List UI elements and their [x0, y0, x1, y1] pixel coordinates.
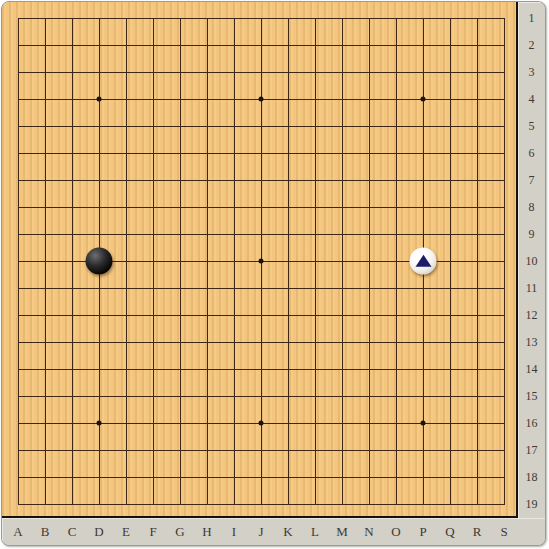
row-label-15: 15 — [518, 388, 545, 404]
column-label-F: F — [142, 518, 164, 545]
column-label-I: I — [223, 518, 245, 545]
column-label-D: D — [88, 518, 110, 545]
column-label-H: H — [196, 518, 218, 545]
column-label-Q: Q — [439, 518, 461, 545]
grid-line-vertical — [477, 18, 478, 505]
column-label-L: L — [304, 518, 326, 545]
grid-line-vertical — [450, 18, 451, 505]
row-label-9: 9 — [518, 226, 545, 242]
grid-line-horizontal — [18, 342, 505, 343]
grid-line-horizontal — [18, 477, 505, 478]
star-point — [259, 421, 264, 426]
row-label-12: 12 — [518, 307, 545, 323]
row-label-5: 5 — [518, 118, 545, 134]
column-coordinate-strip: ABCDEFGHIJKLMNOPQRS — [2, 518, 545, 545]
column-label-B: B — [34, 518, 56, 545]
grid-line-vertical — [288, 18, 289, 505]
star-point — [259, 97, 264, 102]
row-label-1: 1 — [518, 10, 545, 26]
grid-line-vertical — [396, 18, 397, 505]
triangle-marker-icon — [415, 254, 431, 266]
column-label-S: S — [493, 518, 515, 545]
column-label-R: R — [466, 518, 488, 545]
row-label-18: 18 — [518, 469, 545, 485]
column-label-N: N — [358, 518, 380, 545]
grid-line-horizontal — [18, 315, 505, 316]
row-label-8: 8 — [518, 199, 545, 215]
grid-line-vertical — [342, 18, 343, 505]
row-label-3: 3 — [518, 64, 545, 80]
star-point — [421, 97, 426, 102]
grid-line-horizontal — [18, 396, 505, 397]
column-label-K: K — [277, 518, 299, 545]
row-coordinate-strip: 12345678910111213141516171819 — [518, 2, 545, 518]
row-label-13: 13 — [518, 334, 545, 350]
grid-line-vertical — [504, 18, 505, 505]
grid-line-horizontal — [18, 288, 505, 289]
column-label-C: C — [61, 518, 83, 545]
column-label-O: O — [385, 518, 407, 545]
stone-black-d10[interactable] — [86, 248, 113, 275]
grid-line-vertical — [369, 18, 370, 505]
row-label-6: 6 — [518, 145, 545, 161]
go-board-screenshot: 12345678910111213141516171819 ABCDEFGHIJ… — [0, 0, 549, 549]
column-label-A: A — [7, 518, 29, 545]
row-label-16: 16 — [518, 415, 545, 431]
star-point — [97, 97, 102, 102]
star-point — [259, 259, 264, 264]
column-label-E: E — [115, 518, 137, 545]
star-point — [97, 421, 102, 426]
column-label-P: P — [412, 518, 434, 545]
row-label-10: 10 — [518, 253, 545, 269]
row-label-17: 17 — [518, 442, 545, 458]
row-label-14: 14 — [518, 361, 545, 377]
row-label-7: 7 — [518, 172, 545, 188]
column-label-M: M — [331, 518, 353, 545]
star-point — [421, 421, 426, 426]
stone-white-p10[interactable] — [410, 248, 437, 275]
row-label-2: 2 — [518, 37, 545, 53]
grid-line-horizontal — [18, 504, 505, 505]
board-frame: 12345678910111213141516171819 ABCDEFGHIJ… — [1, 1, 546, 546]
go-board[interactable] — [2, 2, 518, 518]
grid-line-horizontal — [18, 369, 505, 370]
row-label-4: 4 — [518, 91, 545, 107]
grid-line-vertical — [315, 18, 316, 505]
grid-line-horizontal — [18, 450, 505, 451]
column-label-G: G — [169, 518, 191, 545]
row-label-19: 19 — [518, 496, 545, 512]
column-label-J: J — [250, 518, 272, 545]
row-label-11: 11 — [518, 280, 545, 296]
